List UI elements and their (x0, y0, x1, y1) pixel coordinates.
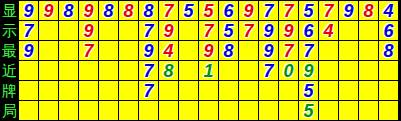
grid-cell-empty (119, 81, 139, 101)
grid-cell-empty (119, 61, 139, 81)
grid-cell-digit: 6 (299, 21, 319, 41)
grid-cell-digit: 8 (379, 41, 399, 61)
grid-cell-digit: 7 (139, 21, 159, 41)
grid-cell-empty (159, 101, 179, 121)
grid-cell-digit: 7 (259, 1, 279, 21)
grid-cell-empty (379, 101, 399, 121)
grid-cell-empty (19, 81, 39, 101)
grid-cell-empty (239, 81, 259, 101)
grid-cell-digit: 9 (339, 1, 359, 21)
title-char: 显 (0, 0, 19, 20)
grid-cell-digit: 8 (219, 41, 239, 61)
grid-cell-empty (239, 61, 259, 81)
grid-cell-empty (359, 81, 379, 101)
grid-cell-digit: 7 (19, 21, 39, 41)
title-char: 示 (0, 20, 19, 40)
grid-cell-empty (339, 41, 359, 61)
grid-cell-empty (99, 21, 119, 41)
grid-cell-digit: 6 (379, 21, 399, 41)
grid-cell-empty (379, 61, 399, 81)
grid-cell-empty (239, 101, 259, 121)
title-char: 近 (0, 61, 19, 81)
grid-cell-empty (99, 81, 119, 101)
grid-cell-digit: 8 (139, 1, 159, 21)
grid-cell-empty (119, 101, 139, 121)
grid-cell-digit: 7 (159, 1, 179, 21)
grid-cell-empty (39, 81, 59, 101)
grid-cell-empty (279, 101, 299, 121)
grid-cell-empty (319, 61, 339, 81)
grid-cell-digit: 6 (219, 1, 239, 21)
title-char: 牌 (0, 81, 19, 101)
grid-cell-digit: 8 (359, 1, 379, 21)
grid-cell-digit: 8 (99, 1, 119, 21)
grid-cell-empty (59, 21, 79, 41)
grid-cell-digit: 9 (39, 1, 59, 21)
grid-cell-empty (259, 81, 279, 101)
grid-cell-digit: 9 (159, 21, 179, 41)
grid-cell-empty (319, 41, 339, 61)
grid-cell-empty (219, 101, 239, 121)
grid-cell-digit: 9 (19, 41, 39, 61)
grid-cell-empty (99, 41, 119, 61)
grid-cell-digit: 8 (159, 61, 179, 81)
grid-cell-digit: 9 (279, 21, 299, 41)
grid-cell-digit: 7 (139, 61, 159, 81)
grid-cell-digit: 7 (259, 61, 279, 81)
grid-cell-empty (99, 101, 119, 121)
grid-cell-digit: 9 (139, 41, 159, 61)
grid-cell-empty (179, 101, 199, 121)
grid-cell-digit: 4 (159, 41, 179, 61)
grid-cell-digit: 7 (239, 21, 259, 41)
grid-cell-empty (359, 101, 379, 121)
grid-cell-empty (59, 61, 79, 81)
grid-cell-empty (359, 61, 379, 81)
grid-cell-empty (79, 61, 99, 81)
grid-cell-empty (339, 81, 359, 101)
grid-cell-digit: 7 (79, 41, 99, 61)
grid-cell-digit: 9 (259, 21, 279, 41)
grid-cell-empty (319, 101, 339, 121)
grid-cell-empty (139, 101, 159, 121)
grid-cell-empty (339, 61, 359, 81)
grid-cell-empty (179, 41, 199, 61)
grid-cell-digit: 7 (139, 81, 159, 101)
grid-cell-empty (179, 21, 199, 41)
grid-cell-digit: 8 (119, 1, 139, 21)
title-char: 局 (0, 101, 19, 121)
grid-cell-empty (279, 81, 299, 101)
grid-cell-digit: 5 (299, 1, 319, 21)
grid-cell-empty (119, 21, 139, 41)
grid-cell-empty (359, 41, 379, 61)
grid-cell-empty (79, 101, 99, 121)
grid-cell-digit: 7 (279, 1, 299, 21)
grid-cell-empty (239, 41, 259, 61)
grid-cell-empty (39, 101, 59, 121)
title-char: 最 (0, 40, 19, 60)
grid-cell-digit: 5 (179, 1, 199, 21)
grid-cell-digit: 5 (299, 81, 319, 101)
grid-cell-empty (339, 101, 359, 121)
grid-cell-empty (39, 41, 59, 61)
grid-cell-empty (179, 61, 199, 81)
vertical-title: 显示最近牌局 (0, 0, 19, 121)
grid-cell-digit: 7 (319, 1, 339, 21)
grid-cell-empty (199, 101, 219, 121)
grid-cell-empty (99, 61, 119, 81)
grid-cell-empty (179, 81, 199, 101)
grid-cell-digit: 9 (79, 1, 99, 21)
grid-cell-digit: 5 (299, 101, 319, 121)
grid-cell-empty (339, 21, 359, 41)
grid-cell-digit: 9 (299, 61, 319, 81)
grid-cell-digit: 7 (279, 41, 299, 61)
grid-cell-digit: 5 (219, 21, 239, 41)
grid-cell-empty (19, 61, 39, 81)
grid-cell-empty (219, 61, 239, 81)
grid-cell-digit: 9 (259, 41, 279, 61)
grid-cell-empty (259, 101, 279, 121)
grid-cell-digit: 9 (79, 21, 99, 41)
grid-cell-empty (79, 81, 99, 101)
grid-cell-empty (219, 81, 239, 101)
grid-cell-digit: 4 (319, 21, 339, 41)
grid-cell-empty (119, 41, 139, 61)
grid-cell-empty (59, 101, 79, 121)
grid-cell-empty (39, 21, 59, 41)
grid-cell-empty (19, 101, 39, 121)
grid-cell-digit: 1 (199, 61, 219, 81)
grid-cell-digit: 9 (239, 1, 259, 21)
grid-cell-digit: 9 (199, 41, 219, 61)
number-grid: 9989888755697757984797975799646979498977… (19, 0, 401, 121)
grid-cell-digit: 7 (299, 41, 319, 61)
grid-cell-digit: 5 (199, 1, 219, 21)
grid-cell-empty (379, 81, 399, 101)
grid-cell-empty (59, 41, 79, 61)
grid-cell-digit: 4 (379, 1, 399, 21)
grid-cell-empty (59, 81, 79, 101)
grid-cell-empty (359, 21, 379, 41)
grid-cell-digit: 9 (19, 1, 39, 21)
grid-cell-digit: 8 (59, 1, 79, 21)
grid-cell-empty (39, 61, 59, 81)
grid-cell-digit: 0 (279, 61, 299, 81)
grid-cell-digit: 7 (199, 21, 219, 41)
grid-cell-empty (159, 81, 179, 101)
recent-games-board: 显示最近牌局 998988875569775798479797579964697… (0, 0, 401, 121)
grid-cell-empty (319, 81, 339, 101)
grid-cell-empty (199, 81, 219, 101)
